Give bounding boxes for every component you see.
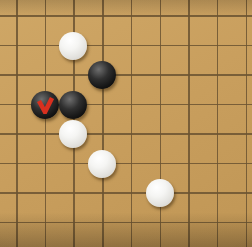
grid-line-horizontal (0, 15, 252, 17)
grid-line-horizontal (0, 45, 252, 47)
grid-line-horizontal (0, 74, 252, 76)
last-move-check-icon (35, 97, 55, 114)
black-stone[interactable] (88, 61, 116, 89)
grid-line-vertical (188, 0, 190, 247)
grid-line-vertical (246, 0, 248, 247)
grid-line-horizontal (0, 222, 252, 224)
white-stone[interactable] (146, 179, 174, 207)
black-stone[interactable] (31, 91, 59, 119)
grid-line-vertical (217, 0, 219, 247)
go-board[interactable] (0, 0, 252, 247)
grid-line-horizontal (0, 133, 252, 135)
grid-line-vertical (102, 0, 104, 247)
white-stone[interactable] (59, 32, 87, 60)
grid-line-horizontal (0, 163, 252, 165)
grid-line-vertical (160, 0, 162, 247)
white-stone[interactable] (88, 150, 116, 178)
black-stone[interactable] (59, 91, 87, 119)
grid-line-vertical (16, 0, 18, 247)
white-stone[interactable] (59, 120, 87, 148)
grid-line-horizontal (0, 192, 252, 194)
go-app-screenshot (0, 0, 252, 247)
grid-line-vertical (131, 0, 133, 247)
grid-line-vertical (45, 0, 47, 247)
